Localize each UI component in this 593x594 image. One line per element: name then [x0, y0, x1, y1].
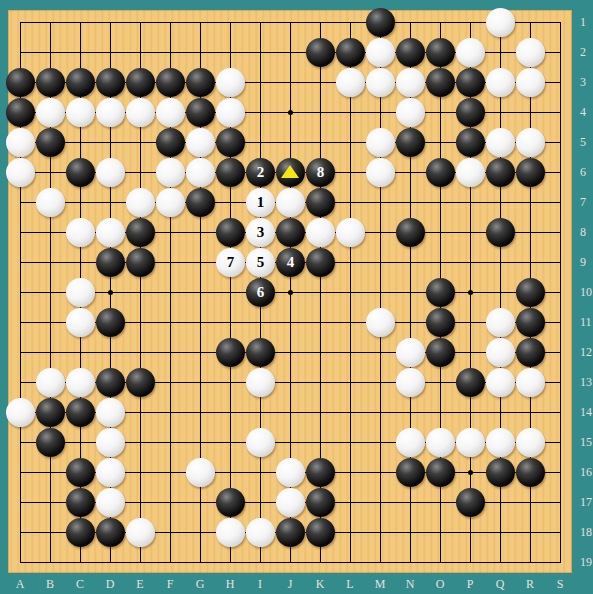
stone-black-B14[interactable] — [36, 398, 65, 427]
stone-black-P5[interactable] — [456, 128, 485, 157]
stone-white-M2[interactable] — [366, 38, 395, 67]
stone-black-C18[interactable] — [66, 518, 95, 547]
stone-black-H8[interactable] — [216, 218, 245, 247]
stone-black-J18[interactable] — [276, 518, 305, 547]
stone-white-D8[interactable] — [96, 218, 125, 247]
stone-white-Q3[interactable] — [486, 68, 515, 97]
stone-white-Q13[interactable] — [486, 368, 515, 397]
column-label-E: E — [136, 578, 143, 590]
stone-black-K2[interactable] — [306, 38, 335, 67]
stone-white-Q12[interactable] — [486, 338, 515, 367]
stone-black-D11[interactable] — [96, 308, 125, 337]
stone-black-O16[interactable] — [426, 458, 455, 487]
stone-white-H4[interactable] — [216, 98, 245, 127]
stone-white-N12[interactable] — [396, 338, 425, 367]
row-label-5: 5 — [580, 136, 586, 148]
row-label-11: 11 — [580, 316, 592, 328]
stone-white-D15[interactable] — [96, 428, 125, 457]
column-label-D: D — [106, 578, 115, 590]
grid-line-vertical — [560, 22, 561, 563]
stone-white-M3[interactable] — [366, 68, 395, 97]
stone-black-R10[interactable] — [516, 278, 545, 307]
stone-black-Q16[interactable] — [486, 458, 515, 487]
column-label-B: B — [46, 578, 54, 590]
stone-white-E18[interactable] — [126, 518, 155, 547]
stone-white-J16[interactable] — [276, 458, 305, 487]
stone-black-D9[interactable] — [96, 248, 125, 277]
grid-line-horizontal — [20, 562, 561, 563]
stone-white-N13[interactable] — [396, 368, 425, 397]
stone-black-Q8[interactable] — [486, 218, 515, 247]
stone-white-P6[interactable] — [456, 158, 485, 187]
stone-black-O6[interactable] — [426, 158, 455, 187]
stone-black-F5[interactable] — [156, 128, 185, 157]
grid-line-horizontal — [20, 352, 561, 353]
stone-white-N4[interactable] — [396, 98, 425, 127]
stone-black-C17[interactable] — [66, 488, 95, 517]
stone-white-L8[interactable] — [336, 218, 365, 247]
stone-black-N2[interactable] — [396, 38, 425, 67]
stone-white-R3[interactable] — [516, 68, 545, 97]
row-label-15: 15 — [580, 436, 592, 448]
stone-black-E13[interactable] — [126, 368, 155, 397]
column-label-G: G — [196, 578, 205, 590]
stone-black-O11[interactable] — [426, 308, 455, 337]
row-label-7: 7 — [580, 196, 586, 208]
stone-white-O15[interactable] — [426, 428, 455, 457]
stone-white-M11[interactable] — [366, 308, 395, 337]
stone-white-J7[interactable] — [276, 188, 305, 217]
stone-black-H12[interactable] — [216, 338, 245, 367]
stone-white-R15[interactable] — [516, 428, 545, 457]
star-point — [468, 470, 473, 475]
column-label-S: S — [557, 578, 564, 590]
stone-white-L3[interactable] — [336, 68, 365, 97]
stone-white-I13[interactable] — [246, 368, 275, 397]
stone-black-K9[interactable] — [306, 248, 335, 277]
stone-black-A3[interactable] — [6, 68, 35, 97]
row-label-4: 4 — [580, 106, 586, 118]
stone-white-F4[interactable] — [156, 98, 185, 127]
move-number-label: 2 — [257, 165, 265, 180]
column-label-F: F — [167, 578, 174, 590]
stone-black-H6[interactable] — [216, 158, 245, 187]
stone-white-A6[interactable] — [6, 158, 35, 187]
stone-black-O12[interactable] — [426, 338, 455, 367]
stone-white-D14[interactable] — [96, 398, 125, 427]
stone-white-F6[interactable] — [156, 158, 185, 187]
move-number-label: 5 — [257, 255, 265, 270]
row-label-14: 14 — [580, 406, 592, 418]
stone-black-G7[interactable] — [186, 188, 215, 217]
stone-black-R12[interactable] — [516, 338, 545, 367]
stone-white-C8[interactable] — [66, 218, 95, 247]
stone-black-R11[interactable] — [516, 308, 545, 337]
stone-black-B3[interactable] — [36, 68, 65, 97]
stone-white-E4[interactable] — [126, 98, 155, 127]
stone-black-H17[interactable] — [216, 488, 245, 517]
stone-white-R13[interactable] — [516, 368, 545, 397]
stone-white-H9[interactable]: 7 — [216, 248, 245, 277]
row-label-13: 13 — [580, 376, 592, 388]
stone-black-K6[interactable]: 8 — [306, 158, 335, 187]
stone-white-P2[interactable] — [456, 38, 485, 67]
column-label-A: A — [16, 578, 25, 590]
row-label-8: 8 — [580, 226, 586, 238]
stone-white-Q5[interactable] — [486, 128, 515, 157]
stone-black-D13[interactable] — [96, 368, 125, 397]
stone-white-H18[interactable] — [216, 518, 245, 547]
row-label-3: 3 — [580, 76, 586, 88]
stone-black-C6[interactable] — [66, 158, 95, 187]
stone-black-K18[interactable] — [306, 518, 335, 547]
stone-black-A4[interactable] — [6, 98, 35, 127]
stone-black-N5[interactable] — [396, 128, 425, 157]
stone-black-N8[interactable] — [396, 218, 425, 247]
row-label-2: 2 — [580, 46, 586, 58]
stone-white-N15[interactable] — [396, 428, 425, 457]
stone-black-E3[interactable] — [126, 68, 155, 97]
stone-black-G3[interactable] — [186, 68, 215, 97]
stone-white-R2[interactable] — [516, 38, 545, 67]
column-label-N: N — [406, 578, 415, 590]
star-point — [288, 290, 293, 295]
star-point — [288, 110, 293, 115]
stone-black-Q6[interactable] — [486, 158, 515, 187]
stone-white-J17[interactable] — [276, 488, 305, 517]
stone-black-F3[interactable] — [156, 68, 185, 97]
stone-black-J9[interactable]: 4 — [276, 248, 305, 277]
stone-black-C16[interactable] — [66, 458, 95, 487]
stone-white-G5[interactable] — [186, 128, 215, 157]
stone-black-D18[interactable] — [96, 518, 125, 547]
move-number-label: 3 — [257, 225, 265, 240]
stone-white-C11[interactable] — [66, 308, 95, 337]
row-label-12: 12 — [580, 346, 592, 358]
stone-black-P3[interactable] — [456, 68, 485, 97]
column-label-I: I — [258, 578, 262, 590]
stone-black-C14[interactable] — [66, 398, 95, 427]
stone-black-J8[interactable] — [276, 218, 305, 247]
stone-white-E7[interactable] — [126, 188, 155, 217]
star-point — [108, 290, 113, 295]
stone-black-O10[interactable] — [426, 278, 455, 307]
stone-black-I10[interactable]: 6 — [246, 278, 275, 307]
go-game-frame: 28137546 ABCDEFGHIJKLMNOPQRS123456789101… — [0, 0, 593, 594]
stone-black-O3[interactable] — [426, 68, 455, 97]
row-label-17: 17 — [580, 496, 592, 508]
stone-black-E8[interactable] — [126, 218, 155, 247]
column-label-C: C — [76, 578, 84, 590]
stone-white-Q1[interactable] — [486, 8, 515, 37]
stone-black-R16[interactable] — [516, 458, 545, 487]
stone-black-C3[interactable] — [66, 68, 95, 97]
stone-white-G16[interactable] — [186, 458, 215, 487]
grid-line-vertical — [350, 22, 351, 563]
column-label-L: L — [346, 578, 353, 590]
column-label-M: M — [375, 578, 386, 590]
column-label-Q: Q — [496, 578, 505, 590]
stone-white-K8[interactable] — [306, 218, 335, 247]
stone-black-L2[interactable] — [336, 38, 365, 67]
stone-white-B13[interactable] — [36, 368, 65, 397]
stone-black-N16[interactable] — [396, 458, 425, 487]
stone-white-C10[interactable] — [66, 278, 95, 307]
row-label-16: 16 — [580, 466, 592, 478]
stone-black-G4[interactable] — [186, 98, 215, 127]
row-label-1: 1 — [580, 16, 586, 28]
stone-black-D3[interactable] — [96, 68, 125, 97]
move-number-label: 7 — [227, 255, 235, 270]
stone-black-R6[interactable] — [516, 158, 545, 187]
row-label-9: 9 — [580, 256, 586, 268]
stone-white-C4[interactable] — [66, 98, 95, 127]
stone-white-I18[interactable] — [246, 518, 275, 547]
column-label-H: H — [226, 578, 235, 590]
stone-white-H3[interactable] — [216, 68, 245, 97]
goban[interactable]: 28137546 — [8, 10, 572, 573]
stone-black-J6[interactable] — [276, 158, 305, 187]
stone-white-G6[interactable] — [186, 158, 215, 187]
stone-white-Q11[interactable] — [486, 308, 515, 337]
stone-white-I7[interactable]: 1 — [246, 188, 275, 217]
stone-white-M5[interactable] — [366, 128, 395, 157]
move-number-label: 8 — [317, 165, 325, 180]
stone-white-Q15[interactable] — [486, 428, 515, 457]
stone-white-D17[interactable] — [96, 488, 125, 517]
column-label-R: R — [526, 578, 534, 590]
stone-white-P15[interactable] — [456, 428, 485, 457]
grid-line-vertical — [380, 22, 381, 563]
row-label-6: 6 — [580, 166, 586, 178]
stone-white-N3[interactable] — [396, 68, 425, 97]
stone-white-B7[interactable] — [36, 188, 65, 217]
move-number-label: 1 — [257, 195, 265, 210]
stone-black-E9[interactable] — [126, 248, 155, 277]
row-label-10: 10 — [580, 286, 592, 298]
stone-black-K7[interactable] — [306, 188, 335, 217]
stone-white-C13[interactable] — [66, 368, 95, 397]
move-number-label: 6 — [257, 285, 265, 300]
column-label-J: J — [288, 578, 293, 590]
stone-white-I8[interactable]: 3 — [246, 218, 275, 247]
stone-white-B4[interactable] — [36, 98, 65, 127]
stone-white-D16[interactable] — [96, 458, 125, 487]
stone-black-P4[interactable] — [456, 98, 485, 127]
stone-black-M1[interactable] — [366, 8, 395, 37]
stone-black-I12[interactable] — [246, 338, 275, 367]
stone-black-B5[interactable] — [36, 128, 65, 157]
stone-black-B15[interactable] — [36, 428, 65, 457]
row-label-19: 19 — [580, 556, 592, 568]
stone-black-H5[interactable] — [216, 128, 245, 157]
stone-white-M6[interactable] — [366, 158, 395, 187]
stone-white-F7[interactable] — [156, 188, 185, 217]
stone-black-P13[interactable] — [456, 368, 485, 397]
column-label-K: K — [316, 578, 325, 590]
stone-white-R5[interactable] — [516, 128, 545, 157]
stone-white-A14[interactable] — [6, 398, 35, 427]
stone-white-I15[interactable] — [246, 428, 275, 457]
row-label-18: 18 — [580, 526, 592, 538]
column-label-P: P — [467, 578, 474, 590]
stone-white-A5[interactable] — [6, 128, 35, 157]
stone-black-K16[interactable] — [306, 458, 335, 487]
stone-white-D4[interactable] — [96, 98, 125, 127]
stone-black-P17[interactable] — [456, 488, 485, 517]
stone-white-I9[interactable]: 5 — [246, 248, 275, 277]
stone-white-D6[interactable] — [96, 158, 125, 187]
stone-black-I6[interactable]: 2 — [246, 158, 275, 187]
column-label-O: O — [436, 578, 445, 590]
stone-black-K17[interactable] — [306, 488, 335, 517]
star-point — [468, 290, 473, 295]
last-move-triangle-marker — [281, 165, 299, 178]
move-number-label: 4 — [287, 255, 295, 270]
stone-black-O2[interactable] — [426, 38, 455, 67]
